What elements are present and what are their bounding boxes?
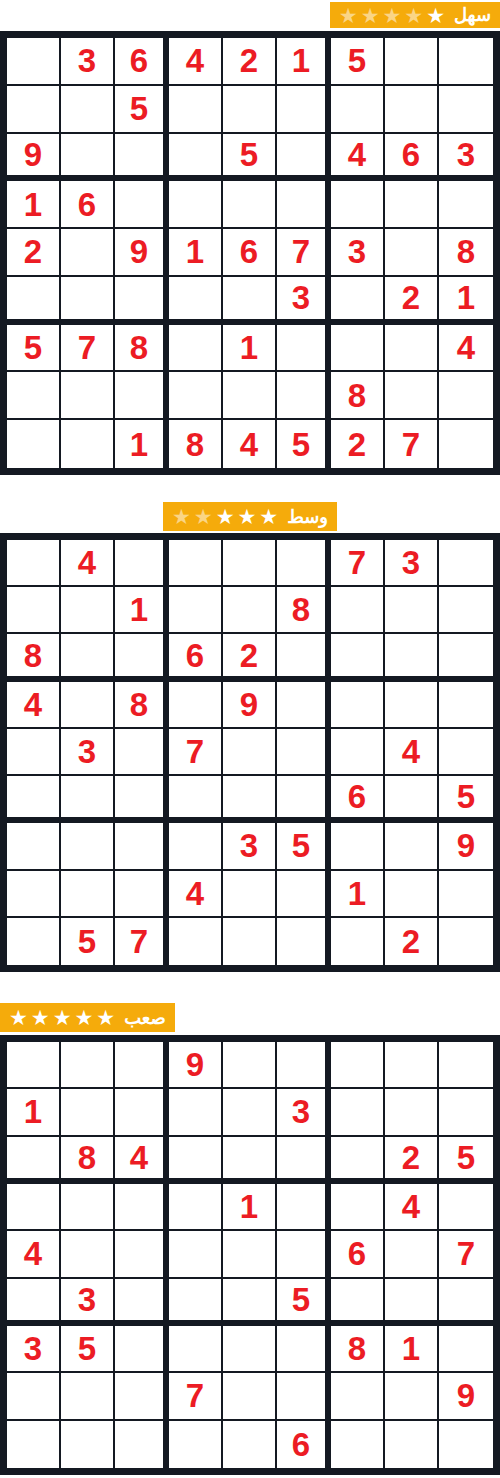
sudoku-cell[interactable]: 3 bbox=[331, 229, 385, 277]
sudoku-cell[interactable] bbox=[61, 823, 115, 870]
sudoku-cell[interactable]: 3 bbox=[223, 823, 277, 870]
sudoku-cell[interactable] bbox=[7, 540, 61, 587]
sudoku-cell[interactable] bbox=[61, 229, 115, 277]
sudoku-cell[interactable] bbox=[439, 918, 493, 965]
sudoku-cell[interactable]: 4 bbox=[115, 1137, 169, 1184]
sudoku-cell[interactable]: 2 bbox=[385, 277, 439, 325]
given-digit: 8 bbox=[24, 639, 42, 672]
sudoku-cell[interactable]: 4 bbox=[385, 729, 439, 776]
sudoku-cell[interactable] bbox=[115, 181, 169, 229]
sudoku-cell[interactable] bbox=[169, 1279, 223, 1326]
given-digit: 8 bbox=[130, 331, 148, 364]
sudoku-cell[interactable] bbox=[169, 372, 223, 420]
given-digit: 2 bbox=[240, 44, 258, 77]
sudoku-cell[interactable] bbox=[385, 634, 439, 681]
sudoku-cell[interactable] bbox=[7, 729, 61, 776]
sudoku-cell[interactable] bbox=[223, 1089, 277, 1136]
given-digit: 2 bbox=[402, 1141, 420, 1174]
sudoku-cell[interactable]: 9 bbox=[115, 229, 169, 277]
given-digit: 3 bbox=[78, 735, 96, 768]
sudoku-cell[interactable] bbox=[61, 1231, 115, 1278]
sudoku-cell[interactable] bbox=[385, 325, 439, 373]
sudoku-cell[interactable] bbox=[277, 1326, 331, 1373]
sudoku-cell[interactable] bbox=[115, 729, 169, 776]
sudoku-cell[interactable] bbox=[385, 1231, 439, 1278]
sudoku-cell[interactable] bbox=[331, 918, 385, 965]
sudoku-cell[interactable] bbox=[223, 1231, 277, 1278]
sudoku-cell[interactable] bbox=[7, 372, 61, 420]
sudoku-cell[interactable] bbox=[169, 540, 223, 587]
given-digit: 4 bbox=[240, 428, 258, 461]
given-digit: 5 bbox=[292, 428, 310, 461]
star-icon: ★ bbox=[74, 1007, 93, 1028]
sudoku-cell[interactable] bbox=[223, 729, 277, 776]
given-digit: 5 bbox=[292, 1283, 310, 1316]
star-icon: ★ bbox=[383, 5, 402, 26]
sudoku-cell[interactable]: 2 bbox=[7, 229, 61, 277]
sudoku-cell[interactable] bbox=[7, 277, 61, 325]
sudoku-cell[interactable] bbox=[439, 86, 493, 134]
sudoku-cell[interactable] bbox=[169, 776, 223, 823]
sudoku-cell[interactable] bbox=[169, 1089, 223, 1136]
given-digit: 1 bbox=[240, 331, 258, 364]
sudoku-cell[interactable] bbox=[277, 1184, 331, 1231]
sudoku-cell[interactable] bbox=[61, 682, 115, 729]
sudoku-cell[interactable] bbox=[277, 325, 331, 373]
sudoku-cell[interactable]: 3 bbox=[439, 134, 493, 182]
sudoku-cell[interactable] bbox=[439, 372, 493, 420]
given-digit: 8 bbox=[348, 379, 366, 412]
sudoku-cell[interactable] bbox=[385, 1042, 439, 1089]
sudoku-cell[interactable]: 8 bbox=[7, 634, 61, 681]
sudoku-cell[interactable] bbox=[331, 277, 385, 325]
sudoku-cell[interactable] bbox=[331, 1279, 385, 1326]
sudoku-cell[interactable] bbox=[7, 1137, 61, 1184]
sudoku-cell[interactable]: 5 bbox=[331, 38, 385, 86]
sudoku-cell[interactable] bbox=[115, 1042, 169, 1089]
sudoku-cell[interactable] bbox=[169, 1326, 223, 1373]
sudoku-cell[interactable]: 8 bbox=[439, 229, 493, 277]
given-digit: 4 bbox=[130, 1141, 148, 1174]
sudoku-cell[interactable]: 8 bbox=[169, 420, 223, 468]
sudoku-cell[interactable] bbox=[277, 729, 331, 776]
sudoku-cell[interactable] bbox=[115, 372, 169, 420]
sudoku-cell[interactable] bbox=[277, 1231, 331, 1278]
sudoku-cell[interactable] bbox=[385, 871, 439, 918]
sudoku-cell[interactable] bbox=[331, 181, 385, 229]
sudoku-cell[interactable] bbox=[169, 134, 223, 182]
given-digit: 2 bbox=[402, 281, 420, 314]
sudoku-cell[interactable] bbox=[7, 1373, 61, 1420]
sudoku-cell[interactable]: 5 bbox=[7, 325, 61, 373]
difficulty-banner-easy: ★★★★★ سهل bbox=[330, 2, 500, 28]
sudoku-cell[interactable] bbox=[439, 1089, 493, 1136]
sudoku-cell[interactable] bbox=[439, 181, 493, 229]
sudoku-cell[interactable] bbox=[277, 181, 331, 229]
sudoku-cell[interactable] bbox=[61, 134, 115, 182]
sudoku-cell[interactable] bbox=[439, 1042, 493, 1089]
sudoku-cell[interactable]: 6 bbox=[61, 181, 115, 229]
sudoku-cell[interactable]: 5 bbox=[277, 823, 331, 870]
sudoku-cell[interactable]: 7 bbox=[169, 729, 223, 776]
sudoku-cell[interactable] bbox=[7, 1421, 61, 1468]
sudoku-cell[interactable]: 2 bbox=[223, 634, 277, 681]
given-digit: 6 bbox=[402, 138, 420, 171]
sudoku-cell[interactable] bbox=[331, 1137, 385, 1184]
sudoku-cell[interactable] bbox=[439, 38, 493, 86]
sudoku-cell[interactable]: 5 bbox=[61, 1326, 115, 1373]
sudoku-cell[interactable]: 9 bbox=[439, 823, 493, 870]
sudoku-cell[interactable] bbox=[331, 1421, 385, 1468]
sudoku-cell[interactable] bbox=[277, 871, 331, 918]
sudoku-cell[interactable]: 1 bbox=[439, 277, 493, 325]
sudoku-cell[interactable] bbox=[223, 776, 277, 823]
given-digit: 2 bbox=[402, 925, 420, 958]
sudoku-cell[interactable] bbox=[61, 871, 115, 918]
sudoku-cell[interactable] bbox=[439, 871, 493, 918]
star-icon: ★ bbox=[361, 5, 380, 26]
given-digit: 7 bbox=[457, 1237, 475, 1270]
given-digit: 1 bbox=[186, 235, 204, 268]
sudoku-cell[interactable]: 5 bbox=[115, 86, 169, 134]
sudoku-cell[interactable]: 1 bbox=[115, 587, 169, 634]
sudoku-cell[interactable]: 5 bbox=[277, 1279, 331, 1326]
sudoku-cell[interactable]: 5 bbox=[223, 134, 277, 182]
sudoku-cell[interactable]: 6 bbox=[331, 1231, 385, 1278]
given-digit: 4 bbox=[402, 1190, 420, 1223]
sudoku-cell[interactable] bbox=[61, 1421, 115, 1468]
sudoku-cell[interactable]: 7 bbox=[61, 325, 115, 373]
sudoku-cell[interactable] bbox=[385, 1421, 439, 1468]
sudoku-cell[interactable] bbox=[115, 1326, 169, 1373]
sudoku-cell[interactable] bbox=[223, 86, 277, 134]
sudoku-cell[interactable] bbox=[169, 1184, 223, 1231]
sudoku-cell[interactable] bbox=[223, 1042, 277, 1089]
given-digit: 7 bbox=[186, 735, 204, 768]
sudoku-cell[interactable]: 6 bbox=[223, 229, 277, 277]
given-digit: 5 bbox=[348, 44, 366, 77]
given-digit: 7 bbox=[402, 428, 420, 461]
given-digit: 3 bbox=[402, 546, 420, 579]
sudoku-cell[interactable]: 1 bbox=[223, 325, 277, 373]
sudoku-cell[interactable]: 3 bbox=[277, 1089, 331, 1136]
sudoku-cell[interactable]: 6 bbox=[277, 1421, 331, 1468]
sudoku-cell[interactable]: 5 bbox=[61, 918, 115, 965]
sudoku-cell[interactable] bbox=[115, 1279, 169, 1326]
sudoku-cell[interactable] bbox=[115, 1421, 169, 1468]
sudoku-cell[interactable] bbox=[385, 229, 439, 277]
sudoku-grid-medium: 473188624893746535941572 bbox=[0, 533, 500, 972]
sudoku-cell[interactable]: 7 bbox=[277, 229, 331, 277]
sudoku-cell[interactable] bbox=[169, 682, 223, 729]
sudoku-cell[interactable] bbox=[277, 134, 331, 182]
sudoku-cell[interactable] bbox=[169, 1421, 223, 1468]
sudoku-cell[interactable]: 8 bbox=[331, 372, 385, 420]
sudoku-cell[interactable] bbox=[61, 587, 115, 634]
given-digit: 2 bbox=[24, 235, 42, 268]
sudoku-cell[interactable] bbox=[277, 1042, 331, 1089]
difficulty-label: سهل bbox=[454, 6, 491, 24]
sudoku-cell[interactable] bbox=[7, 823, 61, 870]
sudoku-cell[interactable] bbox=[223, 1137, 277, 1184]
sudoku-cell[interactable]: 4 bbox=[7, 1231, 61, 1278]
sudoku-cell[interactable]: 8 bbox=[277, 587, 331, 634]
sudoku-cell[interactable] bbox=[223, 1326, 277, 1373]
sudoku-cell[interactable] bbox=[277, 1137, 331, 1184]
sudoku-cell[interactable]: 9 bbox=[223, 682, 277, 729]
given-digit: 5 bbox=[78, 1332, 96, 1365]
sudoku-cell[interactable] bbox=[61, 86, 115, 134]
sudoku-cell[interactable] bbox=[439, 1184, 493, 1231]
star-icon: ★ bbox=[31, 1007, 50, 1028]
sudoku-cell[interactable] bbox=[223, 181, 277, 229]
sudoku-cell[interactable] bbox=[439, 587, 493, 634]
sudoku-cell[interactable]: 9 bbox=[169, 1042, 223, 1089]
sudoku-cell[interactable] bbox=[7, 420, 61, 468]
sudoku-cell[interactable] bbox=[115, 1231, 169, 1278]
given-digit: 3 bbox=[240, 829, 258, 862]
sudoku-cell[interactable] bbox=[331, 729, 385, 776]
sudoku-cell[interactable]: 5 bbox=[277, 420, 331, 468]
sudoku-cell[interactable] bbox=[439, 420, 493, 468]
sudoku-cell[interactable] bbox=[385, 823, 439, 870]
sudoku-cell[interactable] bbox=[61, 1373, 115, 1420]
sudoku-cell[interactable]: 7 bbox=[169, 1373, 223, 1420]
sudoku-cell[interactable] bbox=[7, 38, 61, 86]
sudoku-cell[interactable] bbox=[331, 1042, 385, 1089]
sudoku-cell[interactable] bbox=[385, 38, 439, 86]
sudoku-cell[interactable]: 2 bbox=[331, 420, 385, 468]
sudoku-cell[interactable] bbox=[385, 587, 439, 634]
sudoku-cell[interactable] bbox=[169, 325, 223, 373]
sudoku-cell[interactable] bbox=[331, 1184, 385, 1231]
sudoku-cell[interactable] bbox=[223, 277, 277, 325]
sudoku-cell[interactable] bbox=[331, 86, 385, 134]
sudoku-cell[interactable] bbox=[61, 1184, 115, 1231]
sudoku-cell[interactable] bbox=[169, 86, 223, 134]
sudoku-cell[interactable]: 2 bbox=[385, 918, 439, 965]
star-icon: ★ bbox=[172, 506, 191, 527]
sudoku-cell[interactable] bbox=[115, 1089, 169, 1136]
sudoku-cell[interactable] bbox=[331, 1373, 385, 1420]
star-icon: ★ bbox=[96, 1007, 115, 1028]
sudoku-cell[interactable] bbox=[331, 1089, 385, 1136]
given-digit: 9 bbox=[130, 235, 148, 268]
sudoku-cell[interactable] bbox=[169, 277, 223, 325]
sudoku-cell[interactable] bbox=[115, 540, 169, 587]
sudoku-cell[interactable] bbox=[439, 1326, 493, 1373]
sudoku-cell[interactable]: 9 bbox=[7, 134, 61, 182]
given-digit: 3 bbox=[292, 1095, 310, 1128]
sudoku-cell[interactable] bbox=[385, 682, 439, 729]
difficulty-stars: ★★★★★ bbox=[172, 506, 278, 527]
sudoku-cell[interactable]: 6 bbox=[385, 134, 439, 182]
sudoku-cell[interactable] bbox=[115, 134, 169, 182]
difficulty-label: وسط bbox=[287, 508, 328, 526]
given-digit: 4 bbox=[186, 44, 204, 77]
sudoku-cell[interactable] bbox=[277, 372, 331, 420]
sudoku-cell[interactable]: 1 bbox=[7, 1089, 61, 1136]
sudoku-cell[interactable] bbox=[277, 1373, 331, 1420]
sudoku-cell[interactable]: 7 bbox=[385, 420, 439, 468]
sudoku-cell[interactable]: 4 bbox=[385, 1184, 439, 1231]
sudoku-cell[interactable]: 3 bbox=[61, 38, 115, 86]
sudoku-cell[interactable] bbox=[331, 823, 385, 870]
sudoku-cell[interactable]: 1 bbox=[115, 420, 169, 468]
sudoku-cell[interactable] bbox=[385, 1279, 439, 1326]
sudoku-cell[interactable] bbox=[7, 587, 61, 634]
given-digit: 8 bbox=[186, 428, 204, 461]
sudoku-cell[interactable]: 1 bbox=[331, 871, 385, 918]
sudoku-cell[interactable]: 4 bbox=[331, 134, 385, 182]
sudoku-cell[interactable]: 4 bbox=[169, 871, 223, 918]
sudoku-cell[interactable] bbox=[169, 587, 223, 634]
given-digit: 3 bbox=[457, 138, 475, 171]
sudoku-cell[interactable] bbox=[115, 1184, 169, 1231]
sudoku-cell[interactable] bbox=[223, 871, 277, 918]
sudoku-cell[interactable]: 6 bbox=[115, 38, 169, 86]
sudoku-cell[interactable] bbox=[7, 918, 61, 965]
sudoku-cell[interactable]: 3 bbox=[385, 540, 439, 587]
sudoku-cell[interactable] bbox=[277, 540, 331, 587]
given-digit: 9 bbox=[186, 1048, 204, 1081]
sudoku-cell[interactable] bbox=[115, 1373, 169, 1420]
sudoku-cell[interactable] bbox=[277, 918, 331, 965]
sudoku-cell[interactable] bbox=[7, 1042, 61, 1089]
sudoku-cell[interactable]: 7 bbox=[331, 540, 385, 587]
sudoku-cell[interactable]: 6 bbox=[169, 634, 223, 681]
sudoku-cell[interactable] bbox=[115, 277, 169, 325]
sudoku-cell[interactable] bbox=[439, 634, 493, 681]
sudoku-cell[interactable] bbox=[169, 1231, 223, 1278]
given-digit: 1 bbox=[292, 44, 310, 77]
given-digit: 4 bbox=[457, 331, 475, 364]
sudoku-cell[interactable]: 1 bbox=[277, 38, 331, 86]
star-icon: ★ bbox=[404, 5, 423, 26]
sudoku-cell[interactable]: 5 bbox=[439, 776, 493, 823]
sudoku-cell[interactable] bbox=[223, 587, 277, 634]
sudoku-cell[interactable] bbox=[331, 682, 385, 729]
sudoku-cell[interactable] bbox=[7, 86, 61, 134]
sudoku-cell[interactable] bbox=[169, 823, 223, 870]
sudoku-cell[interactable]: 3 bbox=[61, 729, 115, 776]
sudoku-cell[interactable] bbox=[331, 325, 385, 373]
sudoku-cell[interactable] bbox=[277, 86, 331, 134]
sudoku-cell[interactable] bbox=[61, 634, 115, 681]
sudoku-cell[interactable] bbox=[7, 1184, 61, 1231]
sudoku-cell[interactable]: 4 bbox=[169, 38, 223, 86]
sudoku-cell[interactable]: 1 bbox=[385, 1326, 439, 1373]
sudoku-cell[interactable] bbox=[223, 540, 277, 587]
sudoku-cell[interactable] bbox=[223, 1373, 277, 1420]
given-digit: 5 bbox=[292, 829, 310, 862]
sudoku-cell[interactable] bbox=[439, 1421, 493, 1468]
sudoku-cell[interactable] bbox=[385, 181, 439, 229]
sudoku-cell[interactable] bbox=[115, 823, 169, 870]
sudoku-cell[interactable] bbox=[439, 682, 493, 729]
sudoku-cell[interactable] bbox=[223, 918, 277, 965]
sudoku-cell[interactable] bbox=[7, 1279, 61, 1326]
sudoku-cell[interactable]: 4 bbox=[439, 325, 493, 373]
sudoku-cell[interactable]: 1 bbox=[169, 229, 223, 277]
sudoku-cell[interactable] bbox=[439, 540, 493, 587]
sudoku-cell[interactable] bbox=[223, 1279, 277, 1326]
sudoku-cell[interactable]: 4 bbox=[61, 540, 115, 587]
sudoku-cell[interactable] bbox=[331, 587, 385, 634]
sudoku-cell[interactable]: 2 bbox=[385, 1137, 439, 1184]
sudoku-cell[interactable] bbox=[277, 634, 331, 681]
given-digit: 1 bbox=[24, 188, 42, 221]
sudoku-cell[interactable] bbox=[169, 918, 223, 965]
sudoku-cell[interactable]: 7 bbox=[115, 918, 169, 965]
given-digit: 8 bbox=[292, 593, 310, 626]
sudoku-cell[interactable]: 5 bbox=[439, 1137, 493, 1184]
sudoku-cell[interactable]: 9 bbox=[439, 1373, 493, 1420]
sudoku-cell[interactable] bbox=[277, 776, 331, 823]
sudoku-cell[interactable] bbox=[115, 634, 169, 681]
given-digit: 5 bbox=[24, 331, 42, 364]
sudoku-cell[interactable] bbox=[61, 420, 115, 468]
sudoku-cell[interactable] bbox=[169, 181, 223, 229]
sudoku-cell[interactable]: 4 bbox=[223, 420, 277, 468]
sudoku-cell[interactable] bbox=[61, 277, 115, 325]
sudoku-cell[interactable] bbox=[7, 776, 61, 823]
sudoku-cell[interactable] bbox=[277, 682, 331, 729]
sudoku-cell[interactable]: 8 bbox=[331, 1326, 385, 1373]
given-digit: 8 bbox=[130, 688, 148, 721]
given-digit: 1 bbox=[348, 877, 366, 910]
given-digit: 3 bbox=[78, 44, 96, 77]
sudoku-cell[interactable] bbox=[439, 1279, 493, 1326]
sudoku-cell[interactable] bbox=[115, 871, 169, 918]
sudoku-cell[interactable]: 2 bbox=[223, 38, 277, 86]
difficulty-label: صعب bbox=[124, 1009, 166, 1027]
sudoku-cell[interactable] bbox=[385, 86, 439, 134]
sudoku-cell[interactable]: 4 bbox=[7, 682, 61, 729]
sudoku-cell[interactable]: 8 bbox=[61, 1137, 115, 1184]
given-digit: 5 bbox=[240, 138, 258, 171]
given-digit: 5 bbox=[457, 1141, 475, 1174]
given-digit: 4 bbox=[348, 138, 366, 171]
sudoku-cell[interactable]: 1 bbox=[223, 1184, 277, 1231]
sudoku-cell[interactable] bbox=[61, 1042, 115, 1089]
sudoku-cell[interactable]: 1 bbox=[7, 181, 61, 229]
sudoku-cell[interactable] bbox=[331, 634, 385, 681]
given-digit: 7 bbox=[186, 1379, 204, 1412]
sudoku-cell[interactable]: 8 bbox=[115, 325, 169, 373]
sudoku-cell[interactable] bbox=[385, 372, 439, 420]
sudoku-cell[interactable] bbox=[223, 1421, 277, 1468]
sudoku-cell[interactable]: 7 bbox=[439, 1231, 493, 1278]
sudoku-cell[interactable]: 3 bbox=[7, 1326, 61, 1373]
sudoku-cell[interactable]: 8 bbox=[115, 682, 169, 729]
sudoku-cell[interactable]: 3 bbox=[61, 1279, 115, 1326]
sudoku-cell[interactable] bbox=[169, 1137, 223, 1184]
given-digit: 9 bbox=[240, 688, 258, 721]
sudoku-cell[interactable] bbox=[385, 776, 439, 823]
sudoku-cell[interactable]: 6 bbox=[331, 776, 385, 823]
sudoku-cell[interactable] bbox=[439, 729, 493, 776]
sudoku-cell[interactable] bbox=[385, 1089, 439, 1136]
sudoku-cell[interactable] bbox=[61, 776, 115, 823]
sudoku-cell[interactable] bbox=[385, 1373, 439, 1420]
sudoku-cell[interactable] bbox=[61, 372, 115, 420]
sudoku-cell[interactable] bbox=[115, 776, 169, 823]
sudoku-cell[interactable]: 3 bbox=[277, 277, 331, 325]
sudoku-cell[interactable] bbox=[223, 372, 277, 420]
sudoku-cell[interactable] bbox=[61, 1089, 115, 1136]
sudoku-cell[interactable] bbox=[7, 871, 61, 918]
